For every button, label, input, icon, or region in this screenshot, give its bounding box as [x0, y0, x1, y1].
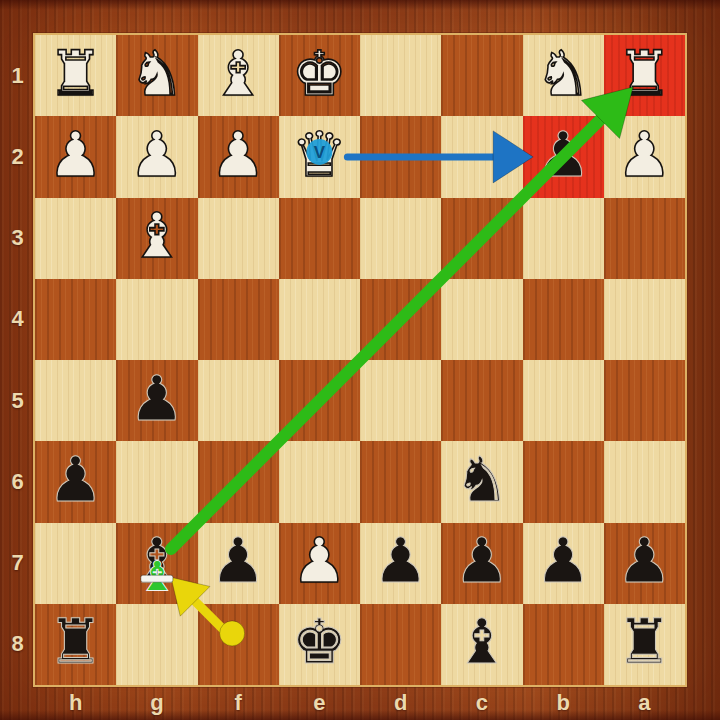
square-g1[interactable]: ♞ [116, 35, 197, 116]
square-g7[interactable]: ♝ [116, 523, 197, 604]
square-a7[interactable]: ♟ [604, 523, 685, 604]
square-g3[interactable]: ♝ [116, 198, 197, 279]
rank-label-5: 5 [0, 360, 35, 441]
square-f8[interactable] [198, 604, 279, 685]
file-label-a: a [604, 685, 685, 720]
piece-white-pawn[interactable]: ♟ [48, 124, 104, 186]
square-f2[interactable]: ♟ [198, 116, 279, 197]
piece-black-pawn[interactable]: ♟ [535, 124, 591, 186]
square-h3[interactable] [35, 198, 116, 279]
square-d7[interactable]: ♟ [360, 523, 441, 604]
rank-label-7: 7 [0, 523, 35, 604]
square-b7[interactable]: ♟ [523, 523, 604, 604]
square-d8[interactable] [360, 604, 441, 685]
square-e7[interactable]: ♟ [279, 523, 360, 604]
square-b6[interactable] [523, 441, 604, 522]
piece-black-rook[interactable]: ♜ [48, 611, 104, 673]
piece-black-pawn[interactable]: ♟ [373, 530, 429, 592]
rank-label-6: 6 [0, 441, 35, 522]
piece-white-knight[interactable]: ♞ [535, 43, 591, 105]
square-h4[interactable] [35, 279, 116, 360]
square-d4[interactable] [360, 279, 441, 360]
rank-label-3: 3 [0, 198, 35, 279]
piece-black-pawn[interactable]: ♟ [48, 449, 104, 511]
piece-white-pawn[interactable]: ♟ [129, 124, 185, 186]
piece-white-rook[interactable]: ♜ [48, 43, 104, 105]
piece-black-pawn[interactable]: ♟ [454, 530, 510, 592]
chess-board-screen: 12345678 hgfedcba ♜♞♝♚♞♜♟♟♟♛♟♟♝♟♟♞♝♟♟♟♟♟… [0, 0, 720, 720]
square-d6[interactable] [360, 441, 441, 522]
square-c8[interactable]: ♝ [441, 604, 522, 685]
square-b8[interactable] [523, 604, 604, 685]
file-label-b: b [523, 685, 604, 720]
square-a5[interactable] [604, 360, 685, 441]
square-h1[interactable]: ♜ [35, 35, 116, 116]
piece-white-pawn[interactable]: ♟ [292, 530, 348, 592]
square-d3[interactable] [360, 198, 441, 279]
square-f7[interactable]: ♟ [198, 523, 279, 604]
square-c6[interactable]: ♞ [441, 441, 522, 522]
chess-board[interactable]: ♜♞♝♚♞♜♟♟♟♛♟♟♝♟♟♞♝♟♟♟♟♟♟♜♚♝♜ [35, 35, 685, 685]
square-c1[interactable] [441, 35, 522, 116]
square-b5[interactable] [523, 360, 604, 441]
square-e5[interactable] [279, 360, 360, 441]
rank-label-4: 4 [0, 279, 35, 360]
square-c2[interactable] [441, 116, 522, 197]
square-e1[interactable]: ♚ [279, 35, 360, 116]
piece-white-knight[interactable]: ♞ [129, 43, 185, 105]
square-c5[interactable] [441, 360, 522, 441]
piece-white-bishop[interactable]: ♝ [210, 43, 266, 105]
square-g5[interactable]: ♟ [116, 360, 197, 441]
square-b1[interactable]: ♞ [523, 35, 604, 116]
file-labels: hgfedcba [35, 685, 685, 720]
piece-white-queen[interactable]: ♛ [292, 124, 348, 186]
square-a2[interactable]: ♟ [604, 116, 685, 197]
rank-label-8: 8 [0, 604, 35, 685]
piece-black-pawn[interactable]: ♟ [617, 530, 673, 592]
rank-label-2: 2 [0, 116, 35, 197]
piece-white-pawn[interactable]: ♟ [210, 124, 266, 186]
square-e8[interactable]: ♚ [279, 604, 360, 685]
file-label-f: f [198, 685, 279, 720]
piece-black-knight[interactable]: ♞ [454, 449, 510, 511]
square-a8[interactable]: ♜ [604, 604, 685, 685]
square-f5[interactable] [198, 360, 279, 441]
square-a1[interactable]: ♜ [604, 35, 685, 116]
square-h2[interactable]: ♟ [35, 116, 116, 197]
square-h7[interactable] [35, 523, 116, 604]
square-f4[interactable] [198, 279, 279, 360]
piece-black-rook[interactable]: ♜ [617, 611, 673, 673]
board-frame: ♜♞♝♚♞♜♟♟♟♛♟♟♝♟♟♞♝♟♟♟♟♟♟♜♚♝♜ V♝ [35, 35, 685, 685]
piece-white-rook[interactable]: ♜ [617, 43, 673, 105]
piece-black-pawn[interactable]: ♟ [210, 530, 266, 592]
square-d5[interactable] [360, 360, 441, 441]
square-c4[interactable] [441, 279, 522, 360]
square-e3[interactable] [279, 198, 360, 279]
square-f1[interactable]: ♝ [198, 35, 279, 116]
square-d1[interactable] [360, 35, 441, 116]
square-e2[interactable]: ♛ [279, 116, 360, 197]
piece-black-bishop[interactable]: ♝ [454, 611, 510, 673]
rank-labels: 12345678 [0, 35, 35, 685]
rank-label-1: 1 [0, 35, 35, 116]
piece-white-king[interactable]: ♚ [292, 43, 348, 105]
piece-white-pawn[interactable]: ♟ [617, 124, 673, 186]
square-a6[interactable] [604, 441, 685, 522]
square-c3[interactable] [441, 198, 522, 279]
square-h8[interactable]: ♜ [35, 604, 116, 685]
file-label-e: e [279, 685, 360, 720]
square-d2[interactable] [360, 116, 441, 197]
square-e6[interactable] [279, 441, 360, 522]
piece-black-bishop[interactable]: ♝ [129, 530, 185, 592]
square-e4[interactable] [279, 279, 360, 360]
square-h6[interactable]: ♟ [35, 441, 116, 522]
square-g4[interactable] [116, 279, 197, 360]
file-label-h: h [35, 685, 116, 720]
square-b2[interactable]: ♟ [523, 116, 604, 197]
file-label-d: d [360, 685, 441, 720]
file-label-c: c [441, 685, 522, 720]
square-g6[interactable] [116, 441, 197, 522]
square-f3[interactable] [198, 198, 279, 279]
square-b4[interactable] [523, 279, 604, 360]
piece-black-pawn[interactable]: ♟ [535, 530, 591, 592]
square-g8[interactable] [116, 604, 197, 685]
square-b3[interactable] [523, 198, 604, 279]
piece-black-king[interactable]: ♚ [292, 611, 348, 673]
file-label-g: g [116, 685, 197, 720]
piece-black-pawn[interactable]: ♟ [129, 368, 185, 430]
square-a4[interactable] [604, 279, 685, 360]
square-h5[interactable] [35, 360, 116, 441]
square-a3[interactable] [604, 198, 685, 279]
square-c7[interactable]: ♟ [441, 523, 522, 604]
square-g2[interactable]: ♟ [116, 116, 197, 197]
piece-white-bishop[interactable]: ♝ [129, 205, 185, 267]
square-f6[interactable] [198, 441, 279, 522]
